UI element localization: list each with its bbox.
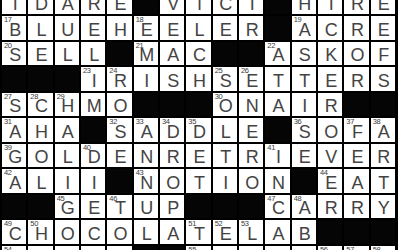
cell-r3c5 (107, 42, 131, 66)
cell-r3c10 (239, 42, 263, 66)
cell-r8c5 (107, 169, 131, 193)
cell-r8c11[interactable]: N (265, 169, 289, 193)
cell-letter: O (34, 148, 48, 167)
cell-letter: K (325, 46, 337, 65)
cell-r11c3[interactable] (55, 246, 79, 250)
cell-letter: T (115, 199, 126, 218)
cell-r5c2[interactable]: 28C (28, 93, 52, 117)
cell-letter: I (302, 97, 307, 116)
cell-r2c10[interactable]: R (239, 16, 263, 40)
cell-r3c14[interactable]: O (344, 42, 368, 66)
cell-r11c2[interactable] (28, 246, 52, 250)
cell-letter: E (167, 21, 179, 40)
cell-r11c13[interactable]: 56 (318, 246, 342, 250)
cell-letter: V (325, 148, 337, 167)
clue-number: 54 (4, 246, 12, 250)
cell-letter: R (377, 148, 390, 167)
cell-r9c12[interactable]: 48A (292, 195, 316, 219)
cell-r5c9[interactable]: 30O (213, 93, 237, 117)
cell-letter: A (272, 97, 284, 116)
cell-letter: A (62, 0, 74, 14)
crossword-board: IDAREVICIHIRE17BLUEH18EELER19ACRE20SELL2… (0, 0, 398, 250)
cell-letter: A (299, 199, 311, 218)
cell-letter: D (88, 148, 101, 167)
cell-r9c11[interactable]: 47C (265, 195, 289, 219)
cell-r8c1[interactable]: 42A (2, 169, 26, 193)
cell-letter: I (223, 174, 228, 193)
cell-letter: L (221, 123, 231, 142)
cell-letter: O (350, 46, 364, 65)
cell-r11c6 (134, 246, 158, 250)
cell-r7c9[interactable]: T (213, 144, 237, 168)
cell-letter: E (114, 0, 126, 14)
cell-r11c7 (160, 246, 184, 250)
cell-r11c11[interactable] (265, 246, 289, 250)
cell-letter: I (276, 148, 281, 167)
cell-letter: A (351, 174, 363, 193)
cell-r9c6[interactable]: U (134, 195, 158, 219)
cell-letter: O (61, 225, 75, 244)
cell-r7c5[interactable]: E (107, 144, 131, 168)
clue-number: 41 (267, 144, 275, 152)
cell-r7c12[interactable]: E (292, 144, 316, 168)
cell-r1c2[interactable]: D (28, 0, 52, 14)
cell-r8c9[interactable]: I (213, 169, 237, 193)
cell-r9c1 (2, 195, 26, 219)
cell-letter: R (325, 97, 338, 116)
cell-r3c11[interactable]: 22A (265, 42, 289, 66)
cell-r4c2 (28, 67, 52, 91)
cell-r10c14 (344, 220, 368, 244)
cell-letter: S (378, 72, 390, 91)
cell-letter: S (114, 123, 126, 142)
cell-r2c6[interactable]: 18E (134, 16, 158, 40)
cell-letter: F (378, 46, 389, 65)
cell-r7c8[interactable]: E (186, 144, 210, 168)
cell-letter: O (166, 174, 180, 193)
cell-r2c3[interactable]: U (55, 16, 79, 40)
cell-r7c10[interactable]: R (239, 144, 263, 168)
cell-r9c14[interactable]: R (344, 195, 368, 219)
cell-r10c2[interactable]: 50H (28, 220, 52, 244)
cell-r5c5[interactable]: O (107, 93, 131, 117)
cell-r6c11 (265, 118, 289, 142)
cell-letter: O (113, 225, 127, 244)
clue-number: 57 (346, 246, 354, 250)
cell-letter: A (9, 174, 21, 193)
cell-letter: L (194, 21, 204, 40)
cell-r10c1[interactable]: 49C (2, 220, 26, 244)
cell-r4c9[interactable]: 25S (213, 67, 237, 91)
clue-number: 56 (320, 246, 328, 250)
cell-r9c7[interactable]: P (160, 195, 184, 219)
cell-r6c7[interactable]: 34D (160, 118, 184, 142)
cell-r6c4 (81, 118, 105, 142)
cell-r8c6[interactable]: 43N (134, 169, 158, 193)
cell-letter: E (141, 21, 153, 40)
cell-letter: C (219, 0, 232, 14)
cell-letter: H (114, 21, 127, 40)
cell-letter: A (272, 225, 284, 244)
cell-letter: G (61, 199, 75, 218)
cell-letter: G (8, 148, 22, 167)
cell-r8c12 (292, 169, 316, 193)
cell-r2c9[interactable]: E (213, 16, 237, 40)
cell-r8c8[interactable]: T (186, 169, 210, 193)
cell-letter: U (61, 21, 74, 40)
cell-r11c10[interactable] (239, 246, 263, 250)
cell-r1c3[interactable]: A (55, 0, 79, 14)
cell-r7c3[interactable]: L (55, 144, 79, 168)
cell-letter: H (35, 123, 48, 142)
cell-letter: L (63, 148, 73, 167)
cell-letter: E (220, 225, 232, 244)
cell-r10c4[interactable]: C (81, 220, 105, 244)
cell-r1c4[interactable]: R (81, 0, 105, 14)
cell-r4c10[interactable]: 26E (239, 67, 263, 91)
cell-letter: N (140, 174, 153, 193)
cell-letter: L (36, 21, 46, 40)
cell-letter: R (351, 21, 364, 40)
cell-r10c5[interactable]: O (107, 220, 131, 244)
cell-letter: E (325, 174, 337, 193)
cell-letter: I (250, 0, 255, 14)
cell-letter: S (167, 72, 179, 91)
cell-letter: E (114, 148, 126, 167)
cell-r9c5[interactable]: 46T (107, 195, 131, 219)
cell-r6c12[interactable]: 36S (292, 118, 316, 142)
cell-r5c11[interactable]: A (265, 93, 289, 117)
cell-letter: T (378, 174, 389, 193)
cell-r10c9[interactable]: 52E (213, 220, 237, 244)
cell-letter: S (9, 46, 21, 65)
cell-r4c13[interactable]: E (318, 67, 342, 91)
cell-letter: O (113, 97, 127, 116)
cell-r7c1[interactable]: 39G (2, 144, 26, 168)
cell-r6c15[interactable]: 38A (371, 118, 395, 142)
cell-letter: S (9, 97, 21, 116)
cell-letter: C (88, 225, 101, 244)
cell-r11c15[interactable]: 58 (371, 246, 395, 250)
cell-letter: H (61, 97, 74, 116)
cell-r4c3 (55, 67, 79, 91)
cell-letter: T (194, 225, 205, 244)
cell-r1c6 (134, 0, 158, 14)
cell-letter: A (141, 123, 153, 142)
cell-r5c13[interactable]: R (318, 93, 342, 117)
cell-r3c9 (213, 42, 237, 66)
cell-letter: S (220, 72, 232, 91)
cell-r1c1[interactable]: I (2, 0, 26, 14)
cell-r3c1[interactable]: 20S (2, 42, 26, 66)
cell-letter: L (247, 225, 257, 244)
cell-r2c11 (265, 16, 289, 40)
cell-letter: T (299, 72, 310, 91)
cell-r2c8[interactable]: L (186, 16, 210, 40)
cell-r9c3[interactable]: 45G (55, 195, 79, 219)
cell-letter: R (325, 199, 338, 218)
cell-r8c15[interactable]: T (371, 169, 395, 193)
cell-letter: E (325, 72, 337, 91)
cell-letter: C (325, 21, 338, 40)
cell-letter: A (167, 225, 179, 244)
cell-r11c8[interactable]: 55 (186, 246, 210, 250)
cell-r5c10[interactable]: N (239, 93, 263, 117)
cell-r5c6 (134, 93, 158, 117)
cell-r11c9[interactable] (213, 246, 237, 250)
cell-letter: E (220, 21, 232, 40)
cell-r4c4[interactable]: 23I (81, 67, 105, 91)
cell-r2c12[interactable]: 19A (292, 16, 316, 40)
cell-r4c5[interactable]: 24R (107, 67, 131, 91)
cell-letter: B (9, 21, 21, 40)
cell-letter: R (351, 199, 364, 218)
cell-letter: A (299, 21, 311, 40)
cell-letter: Y (378, 199, 390, 218)
cell-r11c1[interactable]: 54 (2, 246, 26, 250)
cell-letter: E (246, 72, 258, 91)
cell-r10c3[interactable]: O (55, 220, 79, 244)
cell-r2c7[interactable]: E (160, 16, 184, 40)
cell-letter: A (167, 46, 179, 65)
cell-r6c13[interactable]: O (318, 118, 342, 142)
cell-letter: D (193, 123, 206, 142)
cell-r6c8[interactable]: 35D (186, 118, 210, 142)
cell-r10c13 (318, 220, 342, 244)
cell-letter: F (352, 123, 363, 142)
cell-r6c2[interactable]: H (28, 118, 52, 142)
clue-number: 23 (83, 67, 91, 75)
cell-r10c11[interactable]: A (265, 220, 289, 244)
cell-r6c5[interactable]: 32S (107, 118, 131, 142)
cell-r9c13[interactable]: R (318, 195, 342, 219)
cell-r10c10[interactable]: 53L (239, 220, 263, 244)
cell-letter: E (193, 148, 205, 167)
cell-r1c10[interactable]: I (239, 0, 263, 14)
cell-r2c4[interactable]: E (81, 16, 105, 40)
cell-letter: R (167, 148, 180, 167)
cell-r4c15[interactable]: S (371, 67, 395, 91)
cell-r3c3[interactable]: L (55, 42, 79, 66)
cell-letter: O (324, 123, 338, 142)
cell-r11c12[interactable] (292, 246, 316, 250)
cell-r9c9 (213, 195, 237, 219)
cell-letter: R (246, 148, 259, 167)
cell-r5c12[interactable]: I (292, 93, 316, 117)
cell-letter: B (299, 225, 311, 244)
cell-r8c7[interactable]: O (160, 169, 184, 193)
cell-r7c2[interactable]: O (28, 144, 52, 168)
cell-r2c1[interactable]: 17B (2, 16, 26, 40)
cell-letter: E (35, 46, 47, 65)
clue-number: 58 (373, 246, 381, 250)
cell-r6c1[interactable]: 31A (2, 118, 26, 142)
cell-letter: E (299, 148, 311, 167)
cell-letter: L (142, 225, 152, 244)
cell-r3c7[interactable]: A (160, 42, 184, 66)
cell-r7c4[interactable]: 40D (81, 144, 105, 168)
cell-r7c14[interactable]: E (344, 144, 368, 168)
cell-letter: D (35, 0, 48, 14)
cell-letter: I (65, 174, 70, 193)
cell-r7c13[interactable]: V (318, 144, 342, 168)
cell-letter: A (378, 123, 390, 142)
cell-r5c3[interactable]: 29H (55, 93, 79, 117)
cell-r1c7[interactable]: V (160, 0, 184, 14)
cell-r1c9[interactable]: C (213, 0, 237, 14)
cell-r4c12[interactable]: T (292, 67, 316, 91)
cell-letter: D (167, 123, 180, 142)
cell-r6c10[interactable]: E (239, 118, 263, 142)
cell-r4c14[interactable]: R (344, 67, 368, 91)
cell-r4c7[interactable]: S (160, 67, 184, 91)
cell-letter: A (62, 123, 74, 142)
cell-letter: L (89, 46, 99, 65)
cell-letter: O (219, 97, 233, 116)
cell-r5c8 (186, 93, 210, 117)
cell-letter: H (35, 225, 48, 244)
cell-r2c5[interactable]: H (107, 16, 131, 40)
cell-letter: L (36, 174, 46, 193)
cell-letter: O (245, 174, 259, 193)
cell-r3c12[interactable]: S (292, 42, 316, 66)
cell-letter: R (246, 21, 259, 40)
cell-r9c15[interactable]: Y (371, 195, 395, 219)
cell-letter: C (35, 97, 48, 116)
cell-r11c5[interactable] (107, 246, 131, 250)
cell-r8c14[interactable]: A (344, 169, 368, 193)
cell-letter: C (272, 199, 285, 218)
cell-letter: I (92, 174, 97, 193)
cell-letter: S (299, 123, 311, 142)
cell-r2c2[interactable]: L (28, 16, 52, 40)
cell-letter: A (9, 123, 21, 142)
cell-letter: M (139, 46, 154, 65)
cell-letter: I (329, 0, 334, 14)
cell-r1c5[interactable]: E (107, 0, 131, 14)
cell-letter: T (220, 148, 231, 167)
cell-r11c14[interactable]: 57 (344, 246, 368, 250)
cell-letter: E (246, 123, 258, 142)
cell-r4c8[interactable]: H (186, 67, 210, 91)
cell-r5c15 (371, 93, 395, 117)
cell-r1c11 (265, 0, 289, 14)
cell-letter: R (88, 0, 101, 14)
cell-letter: I (197, 0, 202, 14)
cell-letter: I (144, 72, 149, 91)
cell-r1c15[interactable]: E (371, 0, 395, 14)
cell-letter: E (88, 21, 100, 40)
cell-letter: P (167, 199, 179, 218)
cell-r10c8[interactable]: 51T (186, 220, 210, 244)
cell-r4c6[interactable]: I (134, 67, 158, 91)
cell-letter: I (92, 72, 97, 91)
cell-r10c6[interactable]: L (134, 220, 158, 244)
cell-r5c4[interactable]: M (81, 93, 105, 117)
cell-r1c14[interactable]: R (344, 0, 368, 14)
cell-r2c15[interactable]: E (371, 16, 395, 40)
cell-letter: M (87, 97, 102, 116)
cell-r7c6[interactable]: N (134, 144, 158, 168)
cell-r1c13[interactable]: I (318, 0, 342, 14)
cell-r9c10 (239, 195, 263, 219)
cell-r8c3[interactable]: I (55, 169, 79, 193)
cell-r10c7[interactable]: A (160, 220, 184, 244)
cell-letter: N (272, 174, 285, 193)
cell-r9c8 (186, 195, 210, 219)
cell-r8c4[interactable]: I (81, 169, 105, 193)
cell-letter: R (351, 0, 364, 14)
cell-r6c3[interactable]: A (55, 118, 79, 142)
cell-letter: I (13, 0, 18, 14)
cell-r6c14[interactable]: 37F (344, 118, 368, 142)
cell-letter: S (299, 46, 311, 65)
cell-r9c4[interactable]: E (81, 195, 105, 219)
cell-r7c11[interactable]: 41I (265, 144, 289, 168)
cell-letter: H (193, 72, 206, 91)
cell-letter: C (9, 225, 22, 244)
cell-r5c14 (344, 93, 368, 117)
cell-letter: T (273, 72, 284, 91)
cell-r3c6[interactable]: 21M (134, 42, 158, 66)
cell-letter: E (88, 199, 100, 218)
cell-r1c12[interactable]: H (292, 0, 316, 14)
cell-r3c4[interactable]: L (81, 42, 105, 66)
cell-letter: E (378, 0, 390, 14)
cell-letter: N (140, 148, 153, 167)
cell-r7c7[interactable]: R (160, 144, 184, 168)
cell-r1c8[interactable]: I (186, 0, 210, 14)
cell-r8c13[interactable]: 44E (318, 169, 342, 193)
cell-letter: T (194, 174, 205, 193)
cell-r11c4[interactable] (81, 246, 105, 250)
cell-r10c12[interactable]: B (292, 220, 316, 244)
cell-letter: R (351, 72, 364, 91)
cell-letter: N (246, 97, 259, 116)
cell-letter: R (114, 72, 127, 91)
cell-r6c6[interactable]: 33A (134, 118, 158, 142)
cell-letter: H (298, 0, 311, 14)
cell-r4c1 (2, 67, 26, 91)
cell-r3c2[interactable]: E (28, 42, 52, 66)
cell-r5c1[interactable]: 27S (2, 93, 26, 117)
cell-letter: E (378, 21, 390, 40)
cell-r2c13[interactable]: C (318, 16, 342, 40)
cell-r2c14[interactable]: R (344, 16, 368, 40)
cell-r6c9[interactable]: L (213, 118, 237, 142)
cell-r5c7 (160, 93, 184, 117)
cell-r3c15[interactable]: F (371, 42, 395, 66)
cell-r10c15 (371, 220, 395, 244)
cell-letter: U (140, 199, 153, 218)
cell-r7c15[interactable]: R (371, 144, 395, 168)
cell-r4c11[interactable]: T (265, 67, 289, 91)
cell-r3c8[interactable]: C (186, 42, 210, 66)
cell-letter: V (167, 0, 179, 14)
cell-r9c2 (28, 195, 52, 219)
cell-letter: L (63, 46, 73, 65)
cell-letter: A (272, 46, 284, 65)
cell-r8c10[interactable]: O (239, 169, 263, 193)
clue-number: 55 (188, 246, 196, 250)
cell-r3c13[interactable]: K (318, 42, 342, 66)
cell-r8c2[interactable]: L (28, 169, 52, 193)
cell-letter: C (193, 46, 206, 65)
cell-letter: E (351, 148, 363, 167)
